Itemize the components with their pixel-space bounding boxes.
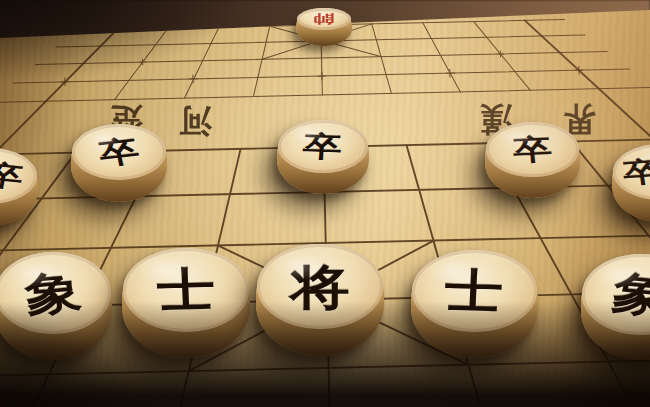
piece-black-soldier-f7[interactable]: 卒 [485,122,580,198]
piece-black-soldier-f5[interactable]: 卒 [277,120,369,194]
highlight [288,124,325,143]
highlight [595,260,643,288]
highlight [426,256,477,284]
highlight [8,258,55,286]
highlight [137,255,188,284]
piece-black-advisor-right[interactable]: 士 [411,250,538,358]
piece-glyph: 卒 [621,157,650,187]
xiangqi-photo-scene: 一二三四五六七八九 楚河 漢界 帥 卒 卒 卒 卒 卒 象 [0,0,650,407]
piece-red-general[interactable]: 帥 [296,8,352,46]
piece-black-general[interactable]: 将 [256,244,384,356]
piece-face: 帥 [297,8,352,30]
piece-black-elephant-left[interactable]: 象 [0,252,112,360]
piece-glyph: 帥 [313,13,335,25]
piece-glyph: 卒 [0,161,25,192]
piece-black-advisor-left[interactable]: 士 [122,248,250,358]
highlight [83,129,121,149]
highlight [271,251,322,280]
piece-black-soldier-f3[interactable]: 卒 [71,124,167,202]
